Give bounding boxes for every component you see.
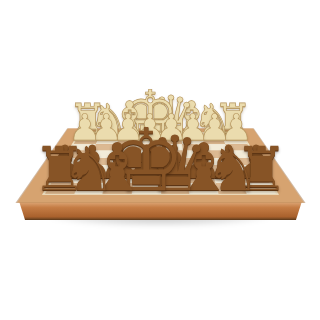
square-e5 [136, 158, 161, 166]
square-c8 [188, 183, 218, 193]
square-g5 [86, 158, 113, 166]
square-c4 [183, 150, 208, 157]
square-e4 [137, 150, 161, 157]
square-b6 [210, 165, 238, 174]
square-f8 [103, 183, 133, 193]
square-c7 [186, 174, 215, 183]
square-c6 [185, 165, 212, 174]
square-a6 [235, 165, 265, 174]
chess-board [17, 128, 304, 202]
square-e7 [133, 174, 160, 183]
square-b7 [212, 174, 242, 183]
square-f5 [111, 158, 137, 166]
chess-set-photo: ♜♞♝♛♚♝♞♜♟♟♟♟♟♟♟♟♟♟♟♟♟♟♟♟♜♞♝♛♚♝♞♜ [0, 0, 320, 320]
board-grid [42, 132, 279, 195]
square-c5 [184, 158, 210, 166]
square-d5 [161, 158, 186, 166]
square-f7 [106, 174, 135, 183]
square-f6 [109, 165, 136, 174]
square-e6 [135, 165, 161, 174]
square-a8 [243, 183, 276, 193]
square-d4 [161, 150, 185, 157]
square-g6 [83, 165, 111, 174]
board-front-edge [17, 202, 304, 220]
square-g8 [74, 183, 106, 193]
square-e8 [132, 183, 161, 193]
square-d6 [161, 165, 187, 174]
square-b5 [208, 158, 235, 166]
square-a7 [238, 174, 269, 183]
square-d8 [161, 183, 190, 193]
square-g4 [90, 150, 116, 157]
square-f4 [113, 150, 138, 157]
square-d7 [161, 174, 188, 183]
square-a4 [228, 150, 255, 157]
square-g7 [78, 174, 108, 183]
square-a5 [231, 158, 259, 166]
square-b4 [206, 150, 232, 157]
